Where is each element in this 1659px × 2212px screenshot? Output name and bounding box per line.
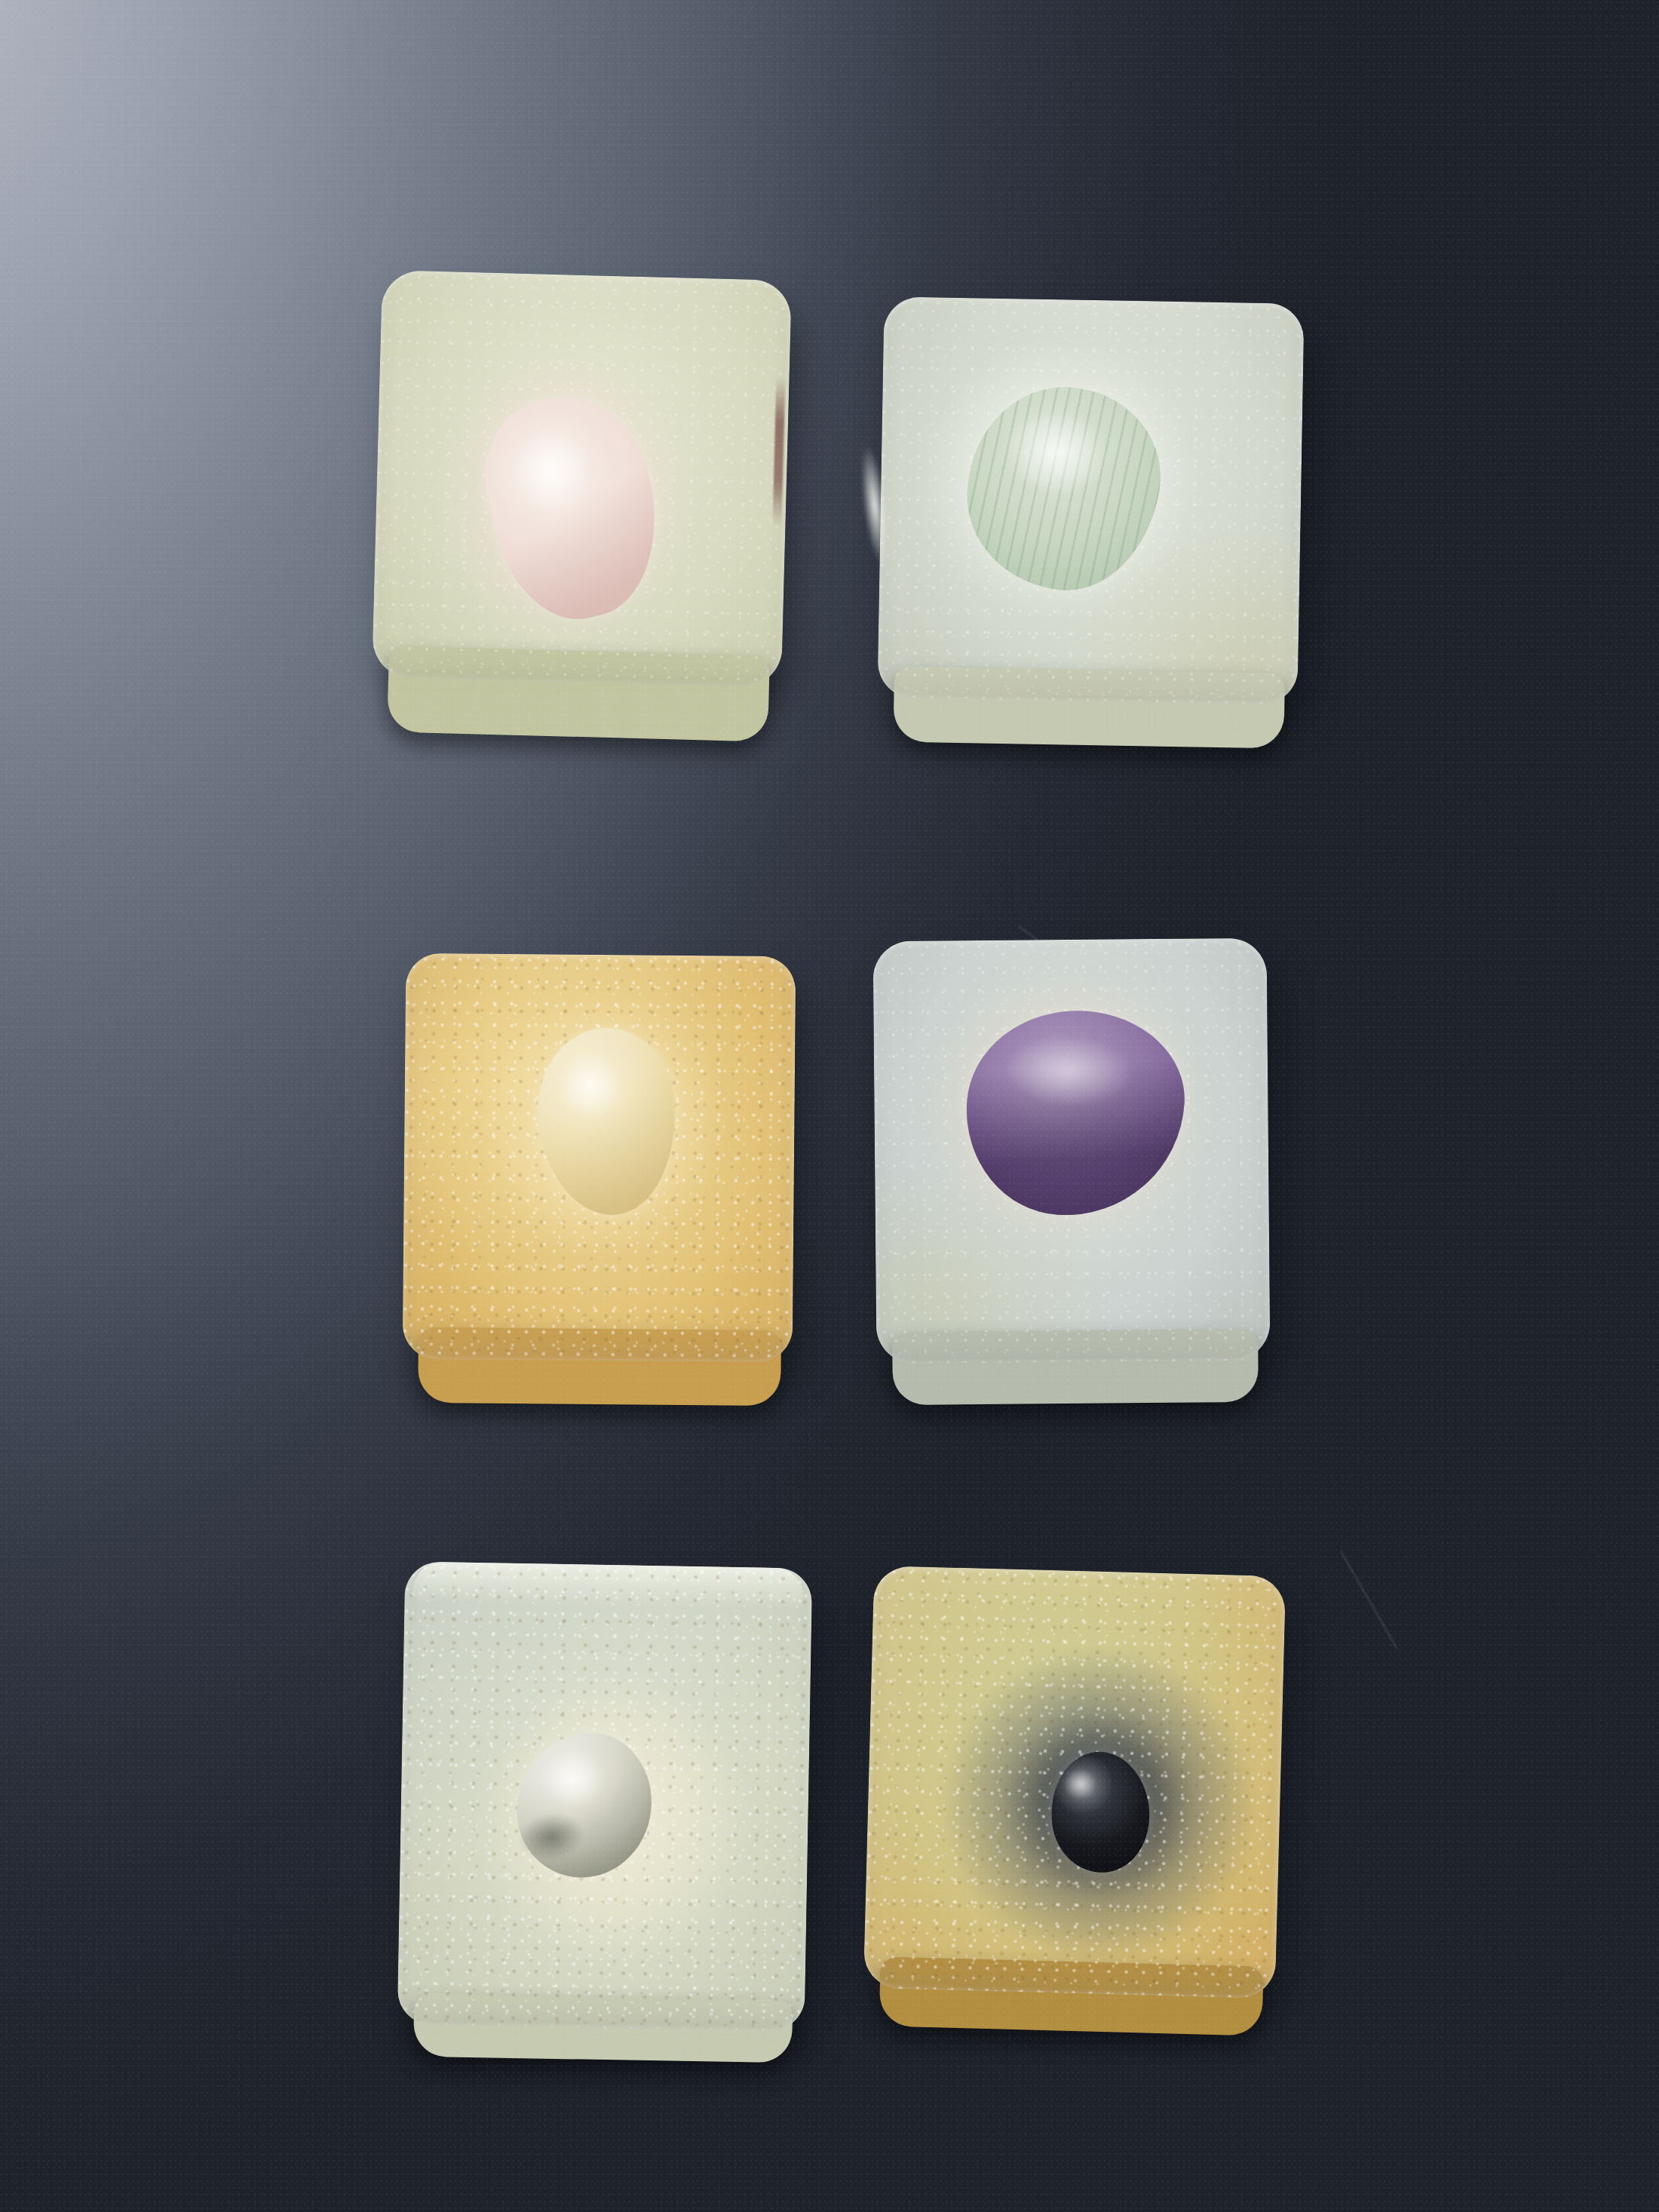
surface-scratch (1340, 1551, 1398, 1649)
stone-shading (1045, 1747, 1156, 1878)
stone-shading (530, 1022, 685, 1221)
photo-grain (0, 0, 1659, 2212)
rose-quartz-stone (470, 381, 676, 634)
stone-highlight (1002, 1030, 1136, 1110)
red-edge-sliver (773, 376, 786, 527)
stone-shading (470, 381, 676, 634)
stone-highlight (998, 402, 1115, 502)
amethyst-stone (961, 1004, 1190, 1222)
clear-quartz-stone (516, 1732, 652, 1879)
stone-highlight (1063, 1767, 1099, 1802)
citrine-stone (530, 1022, 685, 1221)
stone-shading (954, 373, 1173, 603)
stone-highlight (554, 1048, 627, 1121)
soap-bottom-edge (418, 1327, 781, 1406)
stone-highlight (538, 1750, 606, 1809)
soap-top-edge (412, 1562, 804, 1609)
soap-bar-amethyst (873, 938, 1271, 1364)
black-tourmaline-stone (1045, 1747, 1156, 1878)
soap-bar-rose-quartz (372, 270, 792, 688)
stone-highlight (501, 419, 603, 523)
green-aventurine-stone (954, 373, 1173, 603)
stone-shading (961, 1004, 1190, 1222)
photo-canvas: { "scene": { "description": "Overhead ph… (0, 0, 1659, 2212)
soap-bottom-edge (894, 666, 1286, 748)
soap-bottom-edge (387, 646, 770, 741)
soap-bottom-edge (413, 1993, 793, 2063)
soap-bar-green-aventurine (877, 296, 1304, 705)
soap-bottom-edge (892, 1329, 1259, 1405)
soap-drip (856, 443, 893, 566)
soap-bar-citrine (403, 953, 796, 1362)
soap-bar-clear-quartz (397, 1561, 813, 2031)
soap-bottom-edge (879, 1956, 1263, 2036)
table-surface (0, 0, 1659, 2212)
soap-bar-black-tourmaline (863, 1566, 1286, 1999)
stone-shading (516, 1732, 652, 1879)
